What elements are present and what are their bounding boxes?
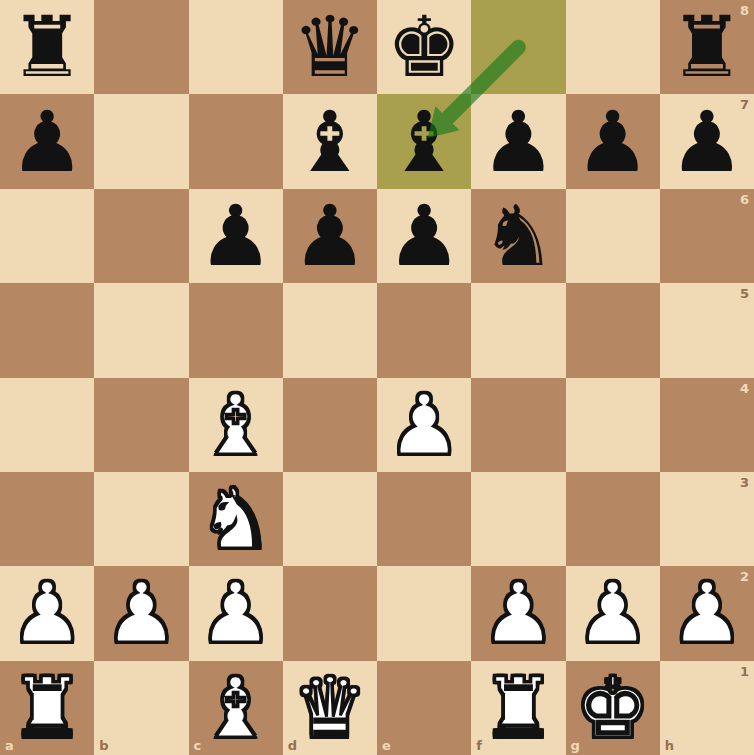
square-g4[interactable] (566, 378, 660, 472)
square-g6[interactable] (566, 189, 660, 283)
square-h4[interactable]: 4 (660, 378, 754, 472)
square-g8[interactable] (566, 0, 660, 94)
square-b7[interactable] (94, 94, 188, 188)
coord-file-e: e (382, 738, 391, 753)
square-f7[interactable]: ♟ (471, 94, 565, 188)
white-rook: ♜ (481, 661, 556, 755)
square-h8[interactable]: ♜8 (660, 0, 754, 94)
square-d8[interactable]: ♛ (283, 0, 377, 94)
coord-file-a: a (5, 738, 14, 753)
black-bishop: ♝ (386, 95, 461, 189)
square-d6[interactable]: ♟ (283, 189, 377, 283)
coord-rank-1: 1 (740, 664, 749, 679)
black-king: ♚ (386, 0, 461, 94)
coord-file-d: d (288, 738, 297, 753)
coord-file-g: g (571, 738, 580, 753)
square-e1[interactable]: e (377, 661, 471, 755)
black-knight: ♞ (481, 189, 556, 283)
square-a3[interactable] (0, 472, 94, 566)
square-e5[interactable] (377, 283, 471, 377)
black-rook: ♜ (669, 0, 744, 94)
square-c8[interactable] (189, 0, 283, 94)
chess-board: ♜♛♚♜8♟♝♝♟♟♟7♟♟♟♞65♝♟4♞3♟♟♟♟♟♟2♜ab♝c♛de♜f… (0, 0, 754, 755)
square-h5[interactable]: 5 (660, 283, 754, 377)
square-a8[interactable]: ♜ (0, 0, 94, 94)
square-b8[interactable] (94, 0, 188, 94)
square-h7[interactable]: ♟7 (660, 94, 754, 188)
square-a1[interactable]: ♜a (0, 661, 94, 755)
square-h2[interactable]: ♟2 (660, 566, 754, 660)
black-pawn: ♟ (575, 95, 650, 189)
square-e2[interactable] (377, 566, 471, 660)
square-d3[interactable] (283, 472, 377, 566)
square-a5[interactable] (0, 283, 94, 377)
square-f3[interactable] (471, 472, 565, 566)
square-e3[interactable] (377, 472, 471, 566)
coord-file-h: h (665, 738, 674, 753)
square-h1[interactable]: 1h (660, 661, 754, 755)
coord-rank-5: 5 (740, 286, 749, 301)
white-pawn: ♟ (9, 566, 84, 660)
square-d4[interactable] (283, 378, 377, 472)
square-g7[interactable]: ♟ (566, 94, 660, 188)
square-f2[interactable]: ♟ (471, 566, 565, 660)
coord-file-b: b (99, 738, 108, 753)
square-h6[interactable]: 6 (660, 189, 754, 283)
square-a6[interactable] (0, 189, 94, 283)
square-b2[interactable]: ♟ (94, 566, 188, 660)
white-bishop: ♝ (198, 661, 273, 755)
white-king: ♚ (575, 661, 650, 755)
white-bishop: ♝ (198, 378, 273, 472)
square-c4[interactable]: ♝ (189, 378, 283, 472)
black-bishop: ♝ (292, 95, 367, 189)
square-d7[interactable]: ♝ (283, 94, 377, 188)
black-pawn: ♟ (198, 189, 273, 283)
black-rook: ♜ (9, 0, 84, 94)
square-c3[interactable]: ♞ (189, 472, 283, 566)
square-b5[interactable] (94, 283, 188, 377)
square-g1[interactable]: ♚g (566, 661, 660, 755)
square-g3[interactable] (566, 472, 660, 566)
white-pawn: ♟ (104, 566, 179, 660)
square-e6[interactable]: ♟ (377, 189, 471, 283)
square-a2[interactable]: ♟ (0, 566, 94, 660)
square-d2[interactable] (283, 566, 377, 660)
square-b1[interactable]: b (94, 661, 188, 755)
square-f1[interactable]: ♜f (471, 661, 565, 755)
coord-rank-8: 8 (740, 3, 749, 18)
coord-rank-6: 6 (740, 192, 749, 207)
white-rook: ♜ (9, 661, 84, 755)
square-f4[interactable] (471, 378, 565, 472)
square-a4[interactable] (0, 378, 94, 472)
coord-rank-2: 2 (740, 569, 749, 584)
square-f6[interactable]: ♞ (471, 189, 565, 283)
black-pawn: ♟ (481, 95, 556, 189)
square-f8[interactable] (471, 0, 565, 94)
coord-rank-4: 4 (740, 381, 749, 396)
white-knight: ♞ (198, 472, 273, 566)
square-e4[interactable]: ♟ (377, 378, 471, 472)
white-pawn: ♟ (575, 566, 650, 660)
coord-file-c: c (194, 738, 202, 753)
square-a7[interactable]: ♟ (0, 94, 94, 188)
square-d5[interactable] (283, 283, 377, 377)
black-pawn: ♟ (9, 95, 84, 189)
square-b6[interactable] (94, 189, 188, 283)
square-f5[interactable] (471, 283, 565, 377)
square-e8[interactable]: ♚ (377, 0, 471, 94)
white-pawn: ♟ (481, 566, 556, 660)
square-c2[interactable]: ♟ (189, 566, 283, 660)
square-c6[interactable]: ♟ (189, 189, 283, 283)
square-g5[interactable] (566, 283, 660, 377)
square-c5[interactable] (189, 283, 283, 377)
white-queen: ♛ (292, 661, 367, 755)
white-pawn: ♟ (198, 566, 273, 660)
square-c1[interactable]: ♝c (189, 661, 283, 755)
square-e7[interactable]: ♝ (377, 94, 471, 188)
square-d1[interactable]: ♛d (283, 661, 377, 755)
square-g2[interactable]: ♟ (566, 566, 660, 660)
black-pawn: ♟ (386, 189, 461, 283)
coord-rank-7: 7 (740, 97, 749, 112)
white-pawn: ♟ (386, 378, 461, 472)
coord-file-f: f (476, 738, 482, 753)
square-h3[interactable]: 3 (660, 472, 754, 566)
square-b3[interactable] (94, 472, 188, 566)
black-pawn: ♟ (669, 95, 744, 189)
square-c7[interactable] (189, 94, 283, 188)
white-pawn: ♟ (669, 566, 744, 660)
coord-rank-3: 3 (740, 475, 749, 490)
black-pawn: ♟ (292, 189, 367, 283)
black-queen: ♛ (292, 0, 367, 94)
square-b4[interactable] (94, 378, 188, 472)
